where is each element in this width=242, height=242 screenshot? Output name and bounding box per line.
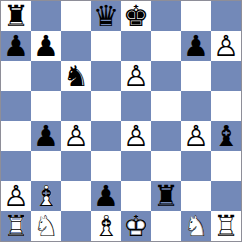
black-piece-glyph: ♝ bbox=[211, 121, 241, 151]
black-piece-glyph: ♟ bbox=[181, 31, 211, 61]
piece-black-queen-d8[interactable]: ♛ bbox=[91, 1, 121, 31]
piece-white-pawn-e4[interactable]: ♟♙ bbox=[121, 121, 151, 151]
square-b3[interactable] bbox=[31, 151, 61, 181]
square-h4[interactable]: ♝ bbox=[211, 121, 241, 151]
white-piece-outline-glyph: ♙ bbox=[121, 121, 151, 151]
square-d6[interactable] bbox=[91, 61, 121, 91]
square-a8[interactable]: ♜ bbox=[1, 1, 31, 31]
square-a5[interactable] bbox=[1, 91, 31, 121]
square-g7[interactable]: ♟ bbox=[181, 31, 211, 61]
black-piece-glyph: ♞ bbox=[61, 61, 91, 91]
square-h8[interactable] bbox=[211, 1, 241, 31]
square-f1[interactable] bbox=[151, 211, 181, 241]
square-f7[interactable] bbox=[151, 31, 181, 61]
square-g8[interactable] bbox=[181, 1, 211, 31]
square-a6[interactable] bbox=[1, 61, 31, 91]
black-piece-glyph: ♚ bbox=[121, 1, 151, 31]
white-piece-outline-glyph: ♙ bbox=[211, 31, 241, 61]
square-a7[interactable]: ♟ bbox=[1, 31, 31, 61]
square-d8[interactable]: ♛ bbox=[91, 1, 121, 31]
square-c1[interactable] bbox=[61, 211, 91, 241]
white-piece-outline-glyph: ♗ bbox=[31, 181, 61, 211]
piece-white-knight-b1[interactable]: ♞♘ bbox=[31, 211, 61, 241]
piece-white-bishop-d1[interactable]: ♝♗ bbox=[91, 211, 121, 241]
square-g4[interactable]: ♟♙ bbox=[181, 121, 211, 151]
piece-black-rook-a8[interactable]: ♜ bbox=[1, 1, 31, 31]
square-g2[interactable] bbox=[181, 181, 211, 211]
black-piece-glyph: ♟ bbox=[31, 31, 61, 61]
piece-white-pawn-a2[interactable]: ♟♙ bbox=[1, 181, 31, 211]
chess-board: ♜♛♚♟♟♟♟♙♞♟♙♟♟♙♟♙♟♙♝♟♙♝♗♟♜♜♖♞♘♝♗♚♔♞♘♜♖ bbox=[0, 0, 242, 242]
white-piece-outline-glyph: ♖ bbox=[1, 211, 31, 241]
square-c8[interactable] bbox=[61, 1, 91, 31]
square-d1[interactable]: ♝♗ bbox=[91, 211, 121, 241]
square-d7[interactable] bbox=[91, 31, 121, 61]
square-f3[interactable] bbox=[151, 151, 181, 181]
square-d3[interactable] bbox=[91, 151, 121, 181]
square-e8[interactable]: ♚ bbox=[121, 1, 151, 31]
white-piece-outline-glyph: ♙ bbox=[1, 181, 31, 211]
square-h6[interactable] bbox=[211, 61, 241, 91]
black-piece-glyph: ♟ bbox=[31, 121, 61, 151]
square-f4[interactable] bbox=[151, 121, 181, 151]
square-e7[interactable] bbox=[121, 31, 151, 61]
black-piece-glyph: ♜ bbox=[1, 1, 31, 31]
piece-black-pawn-b4[interactable]: ♟ bbox=[31, 121, 61, 151]
square-c3[interactable] bbox=[61, 151, 91, 181]
square-h7[interactable]: ♟♙ bbox=[211, 31, 241, 61]
white-piece-outline-glyph: ♙ bbox=[121, 61, 151, 91]
square-b8[interactable] bbox=[31, 1, 61, 31]
square-f2[interactable]: ♜ bbox=[151, 181, 181, 211]
piece-black-rook-f2[interactable]: ♜ bbox=[151, 181, 181, 211]
square-a2[interactable]: ♟♙ bbox=[1, 181, 31, 211]
square-e2[interactable] bbox=[121, 181, 151, 211]
piece-white-pawn-c4[interactable]: ♟♙ bbox=[61, 121, 91, 151]
white-piece-outline-glyph: ♘ bbox=[31, 211, 61, 241]
piece-black-pawn-g7[interactable]: ♟ bbox=[181, 31, 211, 61]
square-c5[interactable] bbox=[61, 91, 91, 121]
square-h1[interactable]: ♜♖ bbox=[211, 211, 241, 241]
white-piece-outline-glyph: ♔ bbox=[121, 211, 151, 241]
piece-white-bishop-b2[interactable]: ♝♗ bbox=[31, 181, 61, 211]
square-a1[interactable]: ♜♖ bbox=[1, 211, 31, 241]
piece-white-pawn-g4[interactable]: ♟♙ bbox=[181, 121, 211, 151]
white-piece-outline-glyph: ♘ bbox=[181, 211, 211, 241]
square-b6[interactable] bbox=[31, 61, 61, 91]
white-piece-outline-glyph: ♙ bbox=[181, 121, 211, 151]
square-d4[interactable] bbox=[91, 121, 121, 151]
square-e3[interactable] bbox=[121, 151, 151, 181]
square-f5[interactable] bbox=[151, 91, 181, 121]
square-b5[interactable] bbox=[31, 91, 61, 121]
square-f8[interactable] bbox=[151, 1, 181, 31]
square-b4[interactable]: ♟ bbox=[31, 121, 61, 151]
square-b1[interactable]: ♞♘ bbox=[31, 211, 61, 241]
piece-white-rook-h1[interactable]: ♜♖ bbox=[211, 211, 241, 241]
piece-white-pawn-h7[interactable]: ♟♙ bbox=[211, 31, 241, 61]
square-c6[interactable]: ♞ bbox=[61, 61, 91, 91]
white-piece-outline-glyph: ♙ bbox=[61, 121, 91, 151]
piece-black-knight-c6[interactable]: ♞ bbox=[61, 61, 91, 91]
square-g5[interactable] bbox=[181, 91, 211, 121]
piece-white-king-e1[interactable]: ♚♔ bbox=[121, 211, 151, 241]
square-c7[interactable] bbox=[61, 31, 91, 61]
piece-black-pawn-a7[interactable]: ♟ bbox=[1, 31, 31, 61]
white-piece-outline-glyph: ♖ bbox=[211, 211, 241, 241]
square-h3[interactable] bbox=[211, 151, 241, 181]
piece-black-bishop-h4[interactable]: ♝ bbox=[211, 121, 241, 151]
square-a4[interactable] bbox=[1, 121, 31, 151]
white-piece-outline-glyph: ♗ bbox=[91, 211, 121, 241]
black-piece-glyph: ♛ bbox=[91, 1, 121, 31]
piece-white-rook-a1[interactable]: ♜♖ bbox=[1, 211, 31, 241]
square-d5[interactable] bbox=[91, 91, 121, 121]
square-g1[interactable]: ♞♘ bbox=[181, 211, 211, 241]
piece-black-pawn-b7[interactable]: ♟ bbox=[31, 31, 61, 61]
piece-black-king-e8[interactable]: ♚ bbox=[121, 1, 151, 31]
square-e4[interactable]: ♟♙ bbox=[121, 121, 151, 151]
square-g6[interactable] bbox=[181, 61, 211, 91]
square-a3[interactable] bbox=[1, 151, 31, 181]
black-piece-glyph: ♟ bbox=[91, 181, 121, 211]
square-e6[interactable]: ♟♙ bbox=[121, 61, 151, 91]
piece-white-knight-g1[interactable]: ♞♘ bbox=[181, 211, 211, 241]
square-g3[interactable] bbox=[181, 151, 211, 181]
square-h2[interactable] bbox=[211, 181, 241, 211]
square-c4[interactable]: ♟♙ bbox=[61, 121, 91, 151]
square-b7[interactable]: ♟ bbox=[31, 31, 61, 61]
square-b2[interactable]: ♝♗ bbox=[31, 181, 61, 211]
square-c2[interactable] bbox=[61, 181, 91, 211]
square-e1[interactable]: ♚♔ bbox=[121, 211, 151, 241]
piece-black-pawn-d2[interactable]: ♟ bbox=[91, 181, 121, 211]
piece-white-pawn-e6[interactable]: ♟♙ bbox=[121, 61, 151, 91]
square-d2[interactable]: ♟ bbox=[91, 181, 121, 211]
black-piece-glyph: ♜ bbox=[151, 181, 181, 211]
square-h5[interactable] bbox=[211, 91, 241, 121]
square-e5[interactable] bbox=[121, 91, 151, 121]
square-f6[interactable] bbox=[151, 61, 181, 91]
black-piece-glyph: ♟ bbox=[1, 31, 31, 61]
